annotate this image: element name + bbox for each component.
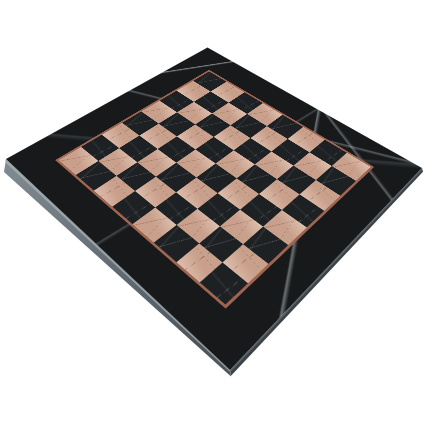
- product-photo: [0, 0, 425, 425]
